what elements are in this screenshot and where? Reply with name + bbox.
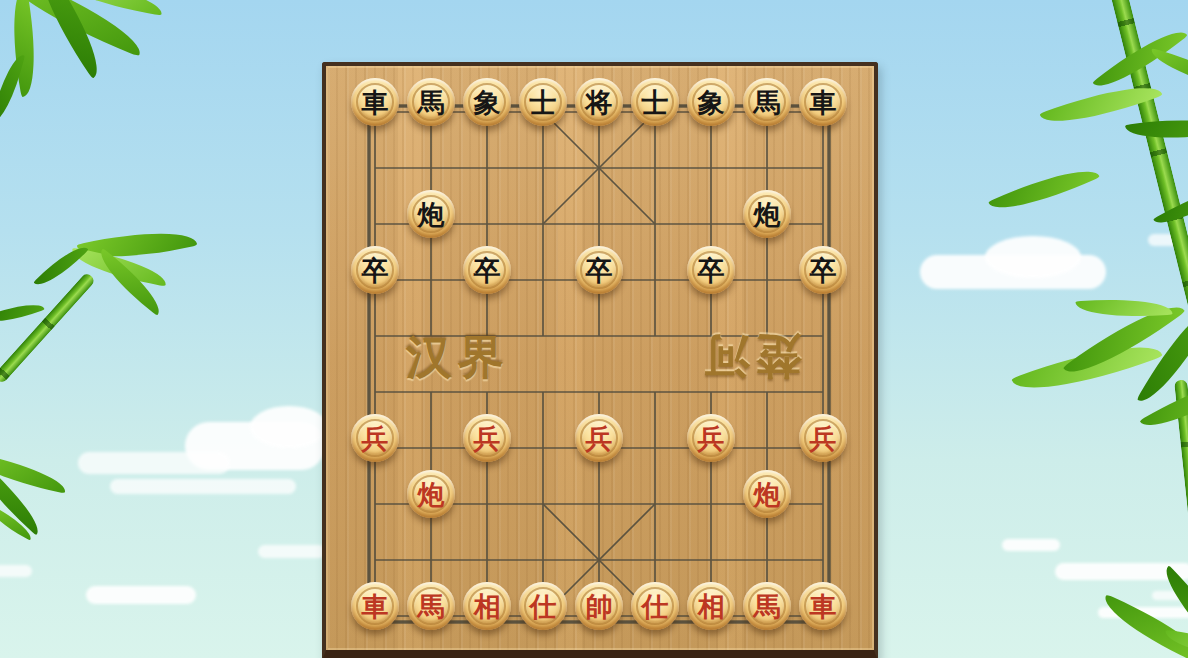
- piece-glyph: 兵: [586, 425, 613, 452]
- cloud: [258, 545, 326, 558]
- bamboo-leaf: [1096, 594, 1188, 658]
- board-point-0-1[interactable]: [347, 130, 403, 186]
- board-point-2-8[interactable]: [459, 522, 515, 578]
- board-point-0-9[interactable]: 車: [347, 578, 403, 634]
- board-point-3-0[interactable]: 士: [515, 74, 571, 130]
- piece-red-horse[interactable]: 馬: [743, 582, 791, 630]
- board-point-3-2[interactable]: [515, 186, 571, 242]
- piece-glyph: 炮: [418, 481, 445, 508]
- board-point-7-0[interactable]: 馬: [739, 74, 795, 130]
- board-point-8-7[interactable]: [795, 466, 851, 522]
- board-point-5-4[interactable]: [627, 298, 683, 354]
- board-point-1-0[interactable]: 馬: [403, 74, 459, 130]
- piece-black-advisor[interactable]: 士: [519, 78, 567, 126]
- piece-black-cannon[interactable]: 炮: [743, 190, 791, 238]
- board-point-3-5[interactable]: [515, 354, 571, 410]
- board-point-2-0[interactable]: 象: [459, 74, 515, 130]
- board-point-2-6[interactable]: 兵: [459, 410, 515, 466]
- board-point-0-7[interactable]: [347, 466, 403, 522]
- board-point-3-7[interactable]: [515, 466, 571, 522]
- piece-black-horse[interactable]: 馬: [407, 78, 455, 126]
- piece-black-general[interactable]: 将: [575, 78, 623, 126]
- cloud: [250, 406, 328, 448]
- piece-glyph: 将: [586, 89, 613, 116]
- piece-glyph: 相: [698, 593, 725, 620]
- board-point-6-1[interactable]: [683, 130, 739, 186]
- board-point-1-8[interactable]: [403, 522, 459, 578]
- piece-glyph: 卒: [362, 257, 389, 284]
- piece-red-cannon[interactable]: 炮: [743, 470, 791, 518]
- board-point-3-4[interactable]: [515, 298, 571, 354]
- piece-glyph: 炮: [754, 481, 781, 508]
- board-point-5-6[interactable]: [627, 410, 683, 466]
- piece-glyph: 車: [362, 593, 389, 620]
- piece-glyph: 馬: [754, 593, 781, 620]
- board-point-2-3[interactable]: 卒: [459, 242, 515, 298]
- board-point-5-3[interactable]: [627, 242, 683, 298]
- board-point-7-5[interactable]: [739, 354, 795, 410]
- board-point-4-3[interactable]: 卒: [571, 242, 627, 298]
- board-point-6-8[interactable]: [683, 522, 739, 578]
- board-point-5-2[interactable]: [627, 186, 683, 242]
- board-point-4-6[interactable]: 兵: [571, 410, 627, 466]
- piece-black-elephant[interactable]: 象: [687, 78, 735, 126]
- piece-black-soldier[interactable]: 卒: [351, 246, 399, 294]
- board-point-1-1[interactable]: [403, 130, 459, 186]
- piece-glyph: 卒: [810, 257, 837, 284]
- board-point-8-9[interactable]: 車: [795, 578, 851, 634]
- board-point-4-4[interactable]: [571, 298, 627, 354]
- piece-red-elephant[interactable]: 相: [687, 582, 735, 630]
- piece-glyph: 馬: [754, 89, 781, 116]
- board-point-5-0[interactable]: 士: [627, 74, 683, 130]
- piece-black-horse[interactable]: 馬: [743, 78, 791, 126]
- piece-red-advisor[interactable]: 仕: [519, 582, 567, 630]
- board-point-0-0[interactable]: 車: [347, 74, 403, 130]
- bamboo-leaf: [1147, 48, 1188, 90]
- board-point-7-3[interactable]: [739, 242, 795, 298]
- piece-glyph: 士: [530, 89, 557, 116]
- board-point-4-1[interactable]: [571, 130, 627, 186]
- board-point-5-1[interactable]: [627, 130, 683, 186]
- bamboo-stalk: [0, 272, 96, 385]
- board-point-5-8[interactable]: [627, 522, 683, 578]
- board-point-3-8[interactable]: [515, 522, 571, 578]
- piece-black-elephant[interactable]: 象: [463, 78, 511, 126]
- board-point-7-9[interactable]: 馬: [739, 578, 795, 634]
- board-point-8-3[interactable]: 卒: [795, 242, 851, 298]
- piece-glyph: 炮: [754, 201, 781, 228]
- piece-black-soldier[interactable]: 卒: [687, 246, 735, 294]
- piece-glyph: 卒: [698, 257, 725, 284]
- board-point-1-3[interactable]: [403, 242, 459, 298]
- board-point-8-8[interactable]: [795, 522, 851, 578]
- board-point-4-7[interactable]: [571, 466, 627, 522]
- piece-glyph: 兵: [810, 425, 837, 452]
- piece-red-soldier[interactable]: 兵: [799, 414, 847, 462]
- board-point-6-9[interactable]: 相: [683, 578, 739, 634]
- board-point-6-5[interactable]: [683, 354, 739, 410]
- piece-glyph: 兵: [698, 425, 725, 452]
- cloud: [0, 565, 32, 577]
- board-point-7-4[interactable]: [739, 298, 795, 354]
- board-point-8-2[interactable]: [795, 186, 851, 242]
- piece-glyph: 士: [642, 89, 669, 116]
- board-point-0-8[interactable]: [347, 522, 403, 578]
- cloud: [86, 586, 196, 604]
- board-point-2-4[interactable]: [459, 298, 515, 354]
- piece-glyph: 車: [810, 593, 837, 620]
- board-point-7-8[interactable]: [739, 522, 795, 578]
- piece-glyph: 馬: [418, 89, 445, 116]
- piece-glyph: 象: [474, 89, 501, 116]
- board-point-8-4[interactable]: [795, 298, 851, 354]
- piece-red-soldier[interactable]: 兵: [351, 414, 399, 462]
- piece-black-soldier[interactable]: 卒: [575, 246, 623, 294]
- board-point-1-2[interactable]: 炮: [403, 186, 459, 242]
- piece-red-soldier[interactable]: 兵: [575, 414, 623, 462]
- piece-glyph: 卒: [474, 257, 501, 284]
- board-point-5-7[interactable]: [627, 466, 683, 522]
- board-point-3-6[interactable]: [515, 410, 571, 466]
- piece-grid: 車馬象士将士象馬車炮炮卒卒卒卒卒兵兵兵兵兵炮炮車馬相仕帥仕相馬車: [347, 74, 851, 634]
- board-point-4-8[interactable]: [571, 522, 627, 578]
- board-point-6-0[interactable]: 象: [683, 74, 739, 130]
- board-point-6-7[interactable]: [683, 466, 739, 522]
- piece-glyph: 卒: [586, 257, 613, 284]
- piece-black-soldier[interactable]: 卒: [799, 246, 847, 294]
- board-point-7-7[interactable]: 炮: [739, 466, 795, 522]
- piece-glyph: 兵: [474, 425, 501, 452]
- piece-glyph: 炮: [418, 201, 445, 228]
- board-point-2-2[interactable]: [459, 186, 515, 242]
- piece-black-cannon[interactable]: 炮: [407, 190, 455, 238]
- board-point-7-6[interactable]: [739, 410, 795, 466]
- cloud: [1002, 539, 1060, 551]
- piece-red-chariot[interactable]: 車: [351, 582, 399, 630]
- board-point-4-5[interactable]: [571, 354, 627, 410]
- bamboo-leaf: [0, 452, 69, 494]
- piece-red-horse[interactable]: 馬: [407, 582, 455, 630]
- board-point-6-6[interactable]: 兵: [683, 410, 739, 466]
- piece-black-chariot[interactable]: 車: [799, 78, 847, 126]
- xiangqi-scene: 汉界 楚河 車馬象士将士象馬車炮炮卒卒卒卒卒兵兵兵兵兵炮炮車馬相仕帥仕相馬車: [0, 0, 1188, 658]
- cloud: [985, 236, 1081, 278]
- board-point-5-5[interactable]: [627, 354, 683, 410]
- board-point-8-1[interactable]: [795, 130, 851, 186]
- board-point-0-6[interactable]: 兵: [347, 410, 403, 466]
- piece-red-advisor[interactable]: 仕: [631, 582, 679, 630]
- board-point-0-4[interactable]: [347, 298, 403, 354]
- board-point-4-2[interactable]: [571, 186, 627, 242]
- board-point-3-1[interactable]: [515, 130, 571, 186]
- piece-glyph: 象: [698, 89, 725, 116]
- cloud: [110, 479, 296, 494]
- piece-black-advisor[interactable]: 士: [631, 78, 679, 126]
- board-point-6-3[interactable]: 卒: [683, 242, 739, 298]
- board-point-4-0[interactable]: 将: [571, 74, 627, 130]
- board-point-1-9[interactable]: 馬: [403, 578, 459, 634]
- board-point-1-5[interactable]: [403, 354, 459, 410]
- piece-red-elephant[interactable]: 相: [463, 582, 511, 630]
- board-point-2-7[interactable]: [459, 466, 515, 522]
- board-point-1-4[interactable]: [403, 298, 459, 354]
- board-point-8-6[interactable]: 兵: [795, 410, 851, 466]
- bamboo-leaf: [988, 156, 1100, 223]
- board-point-2-1[interactable]: [459, 130, 515, 186]
- board-point-8-0[interactable]: 車: [795, 74, 851, 130]
- board-point-0-5[interactable]: [347, 354, 403, 410]
- board-point-2-9[interactable]: 相: [459, 578, 515, 634]
- piece-black-soldier[interactable]: 卒: [463, 246, 511, 294]
- board-point-2-5[interactable]: [459, 354, 515, 410]
- piece-red-general[interactable]: 帥: [575, 582, 623, 630]
- board-point-1-6[interactable]: [403, 410, 459, 466]
- board-point-8-5[interactable]: [795, 354, 851, 410]
- board-point-4-9[interactable]: 帥: [571, 578, 627, 634]
- board-point-7-2[interactable]: 炮: [739, 186, 795, 242]
- piece-red-cannon[interactable]: 炮: [407, 470, 455, 518]
- board-point-6-2[interactable]: [683, 186, 739, 242]
- piece-glyph: 仕: [530, 593, 557, 620]
- xiangqi-board: 汉界 楚河 車馬象士将士象馬車炮炮卒卒卒卒卒兵兵兵兵兵炮炮車馬相仕帥仕相馬車: [322, 62, 878, 658]
- piece-glyph: 車: [810, 89, 837, 116]
- board-point-6-4[interactable]: [683, 298, 739, 354]
- piece-red-soldier[interactable]: 兵: [687, 414, 735, 462]
- board-point-7-1[interactable]: [739, 130, 795, 186]
- board-point-0-2[interactable]: [347, 186, 403, 242]
- piece-black-chariot[interactable]: 車: [351, 78, 399, 126]
- piece-red-soldier[interactable]: 兵: [463, 414, 511, 462]
- board-point-3-3[interactable]: [515, 242, 571, 298]
- board-point-0-3[interactable]: 卒: [347, 242, 403, 298]
- piece-glyph: 兵: [362, 425, 389, 452]
- piece-glyph: 帥: [586, 593, 613, 620]
- piece-glyph: 相: [474, 593, 501, 620]
- cloud: [78, 452, 230, 474]
- board-point-3-9[interactable]: 仕: [515, 578, 571, 634]
- piece-glyph: 車: [362, 89, 389, 116]
- piece-glyph: 馬: [418, 593, 445, 620]
- piece-glyph: 仕: [642, 593, 669, 620]
- piece-red-chariot[interactable]: 車: [799, 582, 847, 630]
- board-point-1-7[interactable]: 炮: [403, 466, 459, 522]
- board-point-5-9[interactable]: 仕: [627, 578, 683, 634]
